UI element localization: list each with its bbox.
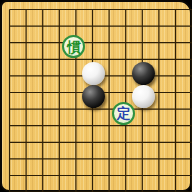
marker-ding[interactable]: 定 [112,102,135,125]
black-stone [82,85,105,108]
go-app-board-view: 慣定 [0,0,192,192]
go-board[interactable]: 慣定 [0,0,192,192]
marker-label: 定 [117,106,131,120]
marker-label: 慣 [67,40,81,54]
white-stone [132,85,155,108]
